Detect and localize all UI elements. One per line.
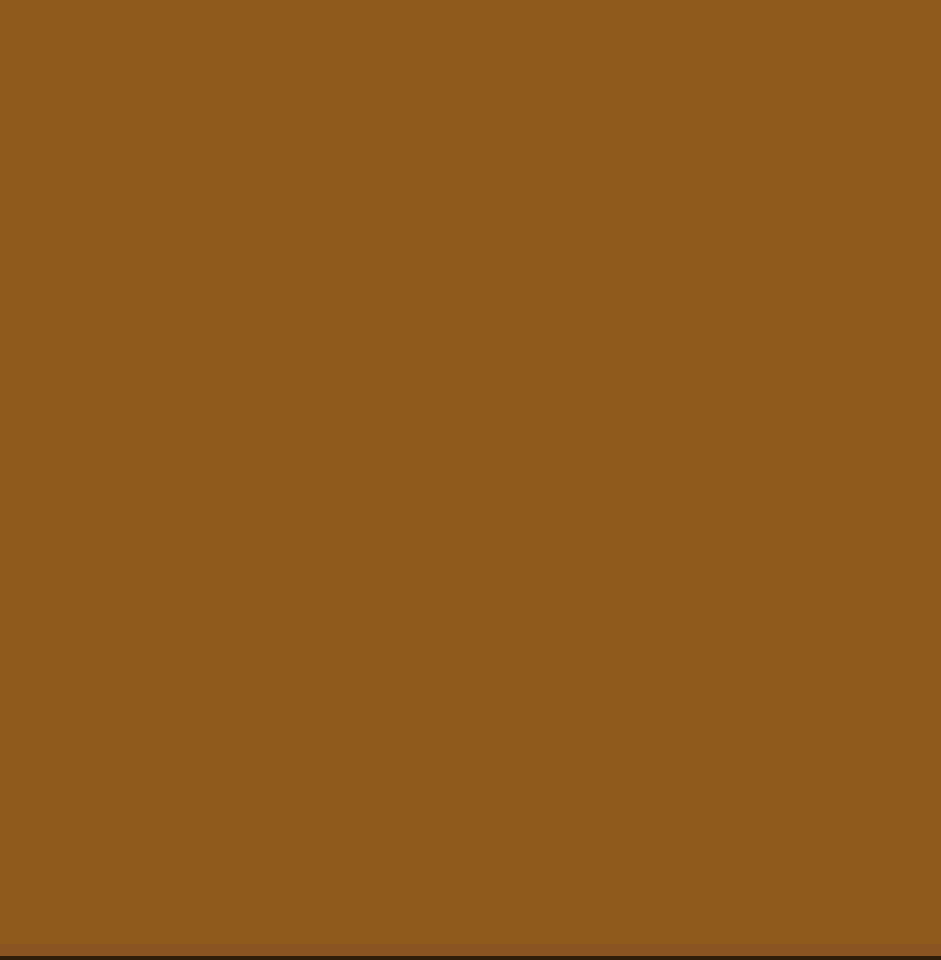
- chess-app-screen: [0, 0, 941, 960]
- board-frame-bottom: [0, 944, 941, 960]
- chess-board: [0, 0, 941, 944]
